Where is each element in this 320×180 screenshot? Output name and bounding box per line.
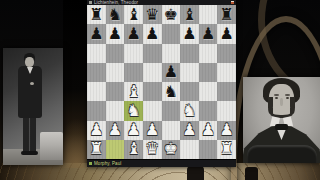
black-knight: ♞ xyxy=(108,7,122,23)
square-b6[interactable] xyxy=(106,44,125,63)
lichtenhein-figure xyxy=(286,97,289,99)
square-a3[interactable] xyxy=(87,101,106,120)
square-a6[interactable] xyxy=(87,44,106,63)
square-g3[interactable] xyxy=(199,101,218,120)
square-d4[interactable] xyxy=(143,82,162,101)
white-player-bar: Morphy, Paul xyxy=(87,159,236,167)
square-h6[interactable] xyxy=(217,44,236,63)
white-pawn: ♟ xyxy=(108,122,122,138)
white-bishop: ♝ xyxy=(126,141,140,157)
square-a7[interactable]: ♟ xyxy=(87,24,106,43)
square-h2[interactable]: ♟ xyxy=(217,121,236,140)
square-c2[interactable]: ♟ xyxy=(124,121,143,140)
square-f7[interactable]: ♟ xyxy=(180,24,199,43)
square-f1[interactable] xyxy=(180,140,199,159)
square-g7[interactable]: ♟ xyxy=(199,24,218,43)
square-c5[interactable] xyxy=(124,63,143,82)
square-a4[interactable] xyxy=(87,82,106,101)
black-pawn: ♟ xyxy=(182,26,196,42)
square-b7[interactable]: ♟ xyxy=(106,24,125,43)
square-d1[interactable]: ♛ xyxy=(143,140,162,159)
chess-board-window: Lichtenhein, Theodor ♜♞♝♛♚♝♜♟♟♟♟♟♟♟♟♝♞♞♞… xyxy=(87,0,236,167)
player-icon xyxy=(89,1,92,4)
square-b3[interactable] xyxy=(106,101,125,120)
square-f3[interactable]: ♞ xyxy=(180,101,199,120)
square-c4[interactable]: ♝ xyxy=(124,82,143,101)
black-rook: ♜ xyxy=(89,7,103,23)
square-a1[interactable]: ♜ xyxy=(87,140,106,159)
square-c1[interactable]: ♝ xyxy=(124,140,143,159)
morphy-figure xyxy=(30,82,34,85)
square-d6[interactable] xyxy=(143,44,162,63)
square-c3[interactable]: ♞ xyxy=(124,101,143,120)
black-rook: ♜ xyxy=(220,7,234,23)
lichtenhein-figure xyxy=(285,94,290,96)
square-h7[interactable]: ♟ xyxy=(217,24,236,43)
black-pawn: ♟ xyxy=(126,26,140,42)
white-player-name: Morphy, Paul xyxy=(94,160,121,167)
square-a8[interactable]: ♜ xyxy=(87,5,106,24)
square-f6[interactable] xyxy=(180,44,199,63)
lichtenhein-figure xyxy=(275,97,278,99)
white-queen: ♛ xyxy=(145,141,159,157)
white-pawn: ♟ xyxy=(220,122,234,138)
square-g5[interactable] xyxy=(199,63,218,82)
square-e8[interactable]: ♚ xyxy=(162,5,181,24)
lichtenhein-figure xyxy=(247,145,317,163)
white-rook: ♜ xyxy=(220,141,234,157)
square-h8[interactable]: ♜ xyxy=(217,5,236,24)
morphy-figure xyxy=(21,151,38,155)
square-c6[interactable] xyxy=(124,44,143,63)
square-b8[interactable]: ♞ xyxy=(106,5,125,24)
square-f2[interactable]: ♟ xyxy=(180,121,199,140)
player-icon xyxy=(89,162,92,165)
white-pawn: ♟ xyxy=(201,122,215,138)
black-pawn: ♟ xyxy=(220,26,234,42)
white-bishop: ♝ xyxy=(126,84,140,100)
square-c8[interactable]: ♝ xyxy=(124,5,143,24)
square-b4[interactable] xyxy=(106,82,125,101)
square-d3[interactable] xyxy=(143,101,162,120)
square-e2[interactable] xyxy=(162,121,181,140)
white-king: ♚ xyxy=(164,141,178,157)
lichtenhein-portrait-photo xyxy=(243,77,320,163)
white-pawn: ♟ xyxy=(126,122,140,138)
black-bishop: ♝ xyxy=(126,7,140,23)
square-a5[interactable] xyxy=(87,63,106,82)
black-pawn: ♟ xyxy=(201,26,215,42)
square-f8[interactable]: ♝ xyxy=(180,5,199,24)
square-b2[interactable]: ♟ xyxy=(106,121,125,140)
square-g4[interactable] xyxy=(199,82,218,101)
square-b5[interactable] xyxy=(106,63,125,82)
square-e1[interactable]: ♚ xyxy=(162,140,181,159)
white-pawn: ♟ xyxy=(89,122,103,138)
square-g8[interactable] xyxy=(199,5,218,24)
square-g1[interactable] xyxy=(199,140,218,159)
square-h5[interactable] xyxy=(217,63,236,82)
square-a2[interactable]: ♟ xyxy=(87,121,106,140)
background-figure-silhouette xyxy=(245,167,258,180)
square-e3[interactable] xyxy=(162,101,181,120)
background-figure-silhouette xyxy=(187,166,204,180)
lichtenhein-figure xyxy=(275,124,288,130)
square-e5[interactable]: ♟ xyxy=(162,63,181,82)
square-h3[interactable] xyxy=(217,101,236,120)
morphy-portrait-photo xyxy=(3,48,63,165)
white-knight: ♞ xyxy=(126,103,140,119)
square-d5[interactable] xyxy=(143,63,162,82)
chess-board: ♜♞♝♛♚♝♜♟♟♟♟♟♟♟♟♝♞♞♞♟♟♟♟♟♟♟♜♝♛♚♜ xyxy=(87,5,236,159)
white-knight: ♞ xyxy=(182,103,196,119)
square-g2[interactable]: ♟ xyxy=(199,121,218,140)
black-pawn: ♟ xyxy=(164,64,178,80)
black-king: ♚ xyxy=(164,7,178,23)
photo-table xyxy=(40,132,63,160)
morphy-figure xyxy=(23,117,36,153)
black-queen: ♛ xyxy=(145,7,159,23)
morphy-figure xyxy=(25,57,34,67)
square-e6[interactable] xyxy=(162,44,181,63)
white-pawn: ♟ xyxy=(182,122,196,138)
black-pawn: ♟ xyxy=(89,26,103,42)
square-e4[interactable]: ♞ xyxy=(162,82,181,101)
square-d2[interactable]: ♟ xyxy=(143,121,162,140)
square-f5[interactable] xyxy=(180,63,199,82)
black-bishop: ♝ xyxy=(182,7,196,23)
square-d7[interactable]: ♟ xyxy=(143,24,162,43)
square-g6[interactable] xyxy=(199,44,218,63)
black-pawn: ♟ xyxy=(108,26,122,42)
lichtenhein-figure xyxy=(280,98,283,106)
white-rook: ♜ xyxy=(89,141,103,157)
scene: Lichtenhein, Theodor ♜♞♝♛♚♝♜♟♟♟♟♟♟♟♟♝♞♞♞… xyxy=(0,0,320,180)
square-h1[interactable]: ♜ xyxy=(217,140,236,159)
white-pawn: ♟ xyxy=(145,122,159,138)
square-e7[interactable] xyxy=(162,24,181,43)
black-knight: ♞ xyxy=(164,84,178,100)
lichtenhein-figure xyxy=(274,94,279,96)
square-d8[interactable]: ♛ xyxy=(143,5,162,24)
black-pawn: ♟ xyxy=(145,26,159,42)
square-b1[interactable] xyxy=(106,140,125,159)
square-h4[interactable] xyxy=(217,82,236,101)
square-f4[interactable] xyxy=(180,82,199,101)
square-c7[interactable]: ♟ xyxy=(124,24,143,43)
window-button-icon[interactable] xyxy=(231,1,234,4)
